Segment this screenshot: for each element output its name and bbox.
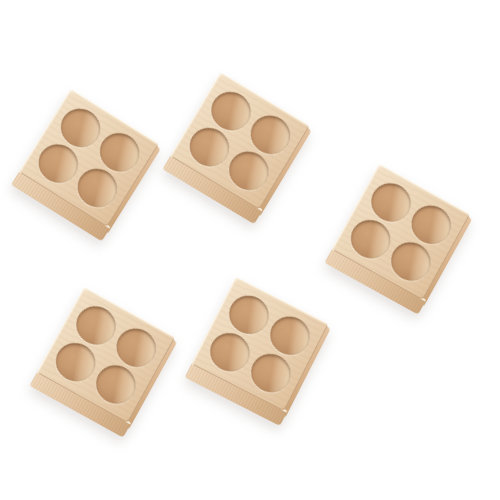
wood-block-bottom-center bbox=[191, 277, 328, 412]
wood-block-bottom-left bbox=[37, 287, 175, 423]
block-top-face bbox=[170, 72, 310, 210]
block-top-face bbox=[19, 89, 159, 227]
block-top-face bbox=[332, 164, 470, 300]
wood-block-middle-right bbox=[332, 164, 470, 300]
block-top-face bbox=[37, 287, 175, 423]
wood-block-top-center bbox=[170, 72, 310, 210]
wood-block-top-left bbox=[19, 89, 159, 227]
product-photo-canvas bbox=[0, 0, 500, 500]
blocks-layer bbox=[0, 0, 500, 500]
